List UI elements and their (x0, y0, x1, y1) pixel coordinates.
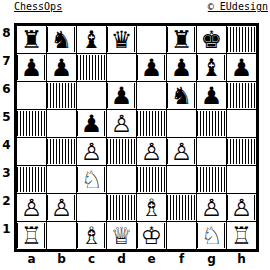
rank-label-2: 2 (0, 194, 13, 221)
square-g4 (197, 138, 226, 165)
square-g3 (197, 166, 226, 193)
square-h7: ♟ (227, 54, 256, 81)
piece-white-bishop: ♗ (79, 223, 104, 248)
square-b7: ♟ (47, 54, 76, 81)
piece-black-pawn: ♟ (49, 55, 74, 80)
piece-black-pawn: ♟ (199, 83, 224, 108)
piece-black-knight: ♞ (49, 27, 74, 52)
chessops-diagram-page: ChessOps © EUdesign 87654321 ♜♞♝♛♜♚♟♟♟♟♝… (0, 0, 270, 270)
square-f4: ♙ (167, 138, 196, 165)
piece-black-king: ♚ (199, 27, 224, 52)
piece-white-pawn: ♙ (199, 195, 224, 220)
rank-label-1: 1 (0, 222, 13, 249)
square-e5 (137, 110, 166, 137)
square-h8 (227, 26, 256, 53)
square-e2: ♗ (137, 194, 166, 221)
piece-black-pawn: ♟ (79, 111, 104, 136)
rank-label-4: 4 (0, 138, 13, 165)
square-d7 (107, 54, 136, 81)
rank-label-8: 8 (0, 26, 13, 53)
square-d3 (107, 166, 136, 193)
file-label-f: f (167, 252, 196, 268)
chess-board: ♜♞♝♛♜♚♟♟♟♟♝♟♟♞♟♟♙♙♙♙♘♙♙♗♙♙♖♗♕♔♘♖ (14, 23, 259, 252)
file-label-b: b (47, 252, 76, 268)
square-b3 (47, 166, 76, 193)
square-d1: ♕ (107, 222, 136, 249)
square-e8 (137, 26, 166, 53)
square-f8: ♜ (167, 26, 196, 53)
file-labels: abcdefgh (17, 252, 256, 268)
diagram-header: ChessOps © EUdesign (14, 1, 268, 15)
square-d5: ♙ (107, 110, 136, 137)
square-f2 (167, 194, 196, 221)
square-f1 (167, 222, 196, 249)
square-c8: ♝ (77, 26, 106, 53)
square-a1: ♖ (17, 222, 46, 249)
square-c4: ♙ (77, 138, 106, 165)
piece-black-bishop: ♝ (79, 27, 104, 52)
piece-black-rook: ♜ (19, 27, 44, 52)
piece-white-pawn: ♙ (49, 195, 74, 220)
piece-black-queen: ♛ (109, 27, 134, 52)
piece-white-pawn: ♙ (19, 195, 44, 220)
square-d2 (107, 194, 136, 221)
piece-black-bishop: ♝ (199, 55, 224, 80)
file-label-d: d (107, 252, 136, 268)
square-h4 (227, 138, 256, 165)
piece-black-pawn: ♟ (229, 55, 254, 80)
piece-white-knight: ♘ (199, 223, 224, 248)
file-label-g: g (197, 252, 226, 268)
square-e3 (137, 166, 166, 193)
square-c1: ♗ (77, 222, 106, 249)
file-label-h: h (227, 252, 256, 268)
rank-labels: 87654321 (0, 26, 13, 249)
square-e4: ♙ (137, 138, 166, 165)
rank-label-5: 5 (0, 110, 13, 137)
square-c3: ♘ (77, 166, 106, 193)
square-d6: ♟ (107, 82, 136, 109)
square-c7 (77, 54, 106, 81)
piece-white-pawn: ♙ (169, 139, 194, 164)
square-d8: ♛ (107, 26, 136, 53)
rank-label-3: 3 (0, 166, 13, 193)
square-h2: ♙ (227, 194, 256, 221)
piece-white-pawn: ♙ (79, 139, 104, 164)
piece-white-pawn: ♙ (139, 139, 164, 164)
piece-white-queen: ♕ (109, 223, 134, 248)
square-e6 (137, 82, 166, 109)
square-c2 (77, 194, 106, 221)
file-label-e: e (137, 252, 166, 268)
piece-black-pawn: ♟ (19, 55, 44, 80)
piece-white-bishop: ♗ (139, 195, 164, 220)
square-h1: ♖ (227, 222, 256, 249)
square-a3 (17, 166, 46, 193)
square-b2: ♙ (47, 194, 76, 221)
square-c5: ♟ (77, 110, 106, 137)
square-f5 (167, 110, 196, 137)
piece-black-pawn: ♟ (109, 83, 134, 108)
piece-black-pawn: ♟ (139, 55, 164, 80)
eudesign-copyright-link[interactable]: © EUdesign (208, 1, 268, 12)
square-a2: ♙ (17, 194, 46, 221)
piece-black-pawn: ♟ (169, 55, 194, 80)
square-g7: ♝ (197, 54, 226, 81)
piece-white-rook: ♖ (229, 223, 254, 248)
rank-label-6: 6 (0, 82, 13, 109)
piece-white-pawn: ♙ (109, 111, 134, 136)
piece-black-rook: ♜ (169, 27, 194, 52)
piece-white-pawn: ♙ (229, 195, 254, 220)
square-e7: ♟ (137, 54, 166, 81)
chessops-title-link[interactable]: ChessOps (14, 1, 62, 12)
square-h5 (227, 110, 256, 137)
piece-white-knight: ♘ (79, 167, 104, 192)
square-a6 (17, 82, 46, 109)
file-label-c: c (77, 252, 106, 268)
square-b4 (47, 138, 76, 165)
square-b6 (47, 82, 76, 109)
piece-black-knight: ♞ (169, 83, 194, 108)
square-h6 (227, 82, 256, 109)
square-f7: ♟ (167, 54, 196, 81)
square-a4 (17, 138, 46, 165)
square-e1: ♔ (137, 222, 166, 249)
square-a5 (17, 110, 46, 137)
square-b8: ♞ (47, 26, 76, 53)
square-b5 (47, 110, 76, 137)
square-b1 (47, 222, 76, 249)
square-g8: ♚ (197, 26, 226, 53)
square-f6: ♞ (167, 82, 196, 109)
square-g6: ♟ (197, 82, 226, 109)
square-a8: ♜ (17, 26, 46, 53)
piece-white-king: ♔ (139, 223, 164, 248)
square-c6 (77, 82, 106, 109)
square-a7: ♟ (17, 54, 46, 81)
square-f3 (167, 166, 196, 193)
rank-label-7: 7 (0, 54, 13, 81)
square-d4 (107, 138, 136, 165)
file-label-a: a (17, 252, 46, 268)
piece-white-rook: ♖ (19, 223, 44, 248)
square-h3 (227, 166, 256, 193)
square-g1: ♘ (197, 222, 226, 249)
square-g2: ♙ (197, 194, 226, 221)
square-g5 (197, 110, 226, 137)
